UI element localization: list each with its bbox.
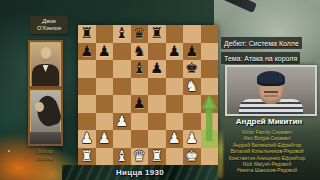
square-g3	[183, 113, 201, 131]
chess-board: ♜♝♛♜♟♟♞♟♟♝♟♚♞♟♟♟♟♟♟♟♜♝♛♜♚	[78, 25, 218, 165]
player-plate-white: Эдгар Колле	[22, 148, 68, 162]
white-rook-e1: ♜	[148, 148, 166, 166]
black-king-g6: ♚	[183, 60, 201, 78]
fire-embers-artwork	[8, 150, 10, 152]
square-c8: ♝	[113, 25, 131, 43]
square-e7	[148, 43, 166, 61]
square-e5	[148, 78, 166, 96]
square-c5	[113, 78, 131, 96]
square-a7: ♟	[78, 43, 96, 61]
black-queen-d8: ♛	[131, 25, 149, 43]
square-f2: ♟	[166, 130, 184, 148]
presenter-beanie	[257, 71, 285, 86]
square-g1: ♚	[183, 148, 201, 166]
black-pawn-a7: ♟	[78, 43, 96, 61]
presenter-webcam	[225, 65, 317, 116]
portrait-head	[40, 47, 52, 61]
square-d4: ♟	[131, 95, 149, 113]
square-d5	[131, 78, 149, 96]
square-h5	[201, 78, 219, 96]
presenter-name: Андрей Микитин	[218, 117, 320, 126]
square-d8: ♛	[131, 25, 149, 43]
portrait-table	[30, 132, 61, 144]
white-pawn-b2: ♟	[96, 130, 114, 148]
white-pawn-h4: ♟	[201, 95, 219, 113]
square-e1: ♜	[148, 148, 166, 166]
square-a3	[78, 113, 96, 131]
square-c7	[113, 43, 131, 61]
black-bishop-d6: ♝	[131, 60, 149, 78]
square-a1: ♜	[78, 148, 96, 166]
black-pawn-f7: ♟	[166, 43, 184, 61]
square-f8	[166, 25, 184, 43]
black-rook-e8: ♜	[148, 25, 166, 43]
white-pawn-f2: ♟	[166, 130, 184, 148]
square-c1: ♝	[113, 148, 131, 166]
patron-entry: Никита Шаносев-Рядовой	[214, 167, 320, 173]
white-knight-g5: ♞	[183, 78, 201, 96]
square-f7: ♟	[166, 43, 184, 61]
patron-list: Victor Family-СержантAlex Borgia-Сержант…	[214, 129, 320, 174]
square-e6: ♟	[148, 60, 166, 78]
black-pawn-e6: ♟	[148, 60, 166, 78]
white-pawn-a2: ♟	[78, 130, 96, 148]
square-f4	[166, 95, 184, 113]
square-g2: ♟	[183, 130, 201, 148]
square-d7: ♞	[131, 43, 149, 61]
square-a2: ♟	[78, 130, 96, 148]
player-white-last-name: Колле	[37, 155, 53, 161]
square-d2	[131, 130, 149, 148]
white-rook-a1: ♜	[78, 148, 96, 166]
black-rook-a8: ♜	[78, 25, 96, 43]
square-g7: ♟	[183, 43, 201, 61]
black-knight-d7: ♞	[131, 43, 149, 61]
white-queen-d1: ♛	[131, 148, 149, 166]
white-king-g1: ♚	[183, 148, 201, 166]
square-b8	[96, 25, 114, 43]
square-a5	[78, 78, 96, 96]
square-h6	[201, 60, 219, 78]
square-a6	[78, 60, 96, 78]
square-h7	[201, 43, 219, 61]
square-b1	[96, 148, 114, 166]
square-h3	[201, 113, 219, 131]
square-f6	[166, 60, 184, 78]
square-d3	[131, 113, 149, 131]
square-g4	[183, 95, 201, 113]
square-d1: ♛	[131, 148, 149, 166]
square-b3	[96, 113, 114, 131]
square-e4	[148, 95, 166, 113]
black-pawn-g7: ♟	[183, 43, 201, 61]
event-caption: Ницца 1930	[62, 165, 218, 180]
square-e2	[148, 130, 166, 148]
square-g8	[183, 25, 201, 43]
white-bishop-c1: ♝	[113, 148, 131, 166]
square-a4	[78, 95, 96, 113]
square-e3	[148, 113, 166, 131]
square-h4: ♟	[201, 95, 219, 113]
black-pawn-b7: ♟	[96, 43, 114, 61]
square-g5: ♞	[183, 78, 201, 96]
white-pawn-c3: ♟	[113, 113, 131, 131]
portrait-head	[35, 102, 44, 112]
player-white-first-name: Эдгар	[37, 148, 54, 154]
square-f1	[166, 148, 184, 166]
theme-label: Тема: Атака на короля	[221, 52, 300, 64]
white-pawn-g2: ♟	[183, 130, 201, 148]
square-c4	[113, 95, 131, 113]
video-frame: Джон О'Хэнлон Эдгар Колле ♜♝♛♜♟♟♞♟♟♝♟♚♞♟…	[0, 0, 320, 180]
player-black-first-name: Джон	[42, 18, 56, 24]
square-c6	[113, 60, 131, 78]
square-f3	[166, 113, 184, 131]
square-f5	[166, 78, 184, 96]
opening-label: Дебют: Система Колле	[221, 37, 302, 49]
square-b5	[96, 78, 114, 96]
black-bishop-c8: ♝	[113, 25, 131, 43]
square-b7: ♟	[96, 43, 114, 61]
square-g6: ♚	[183, 60, 201, 78]
player-black-last-name: О'Хэнлон	[37, 25, 61, 31]
square-b6	[96, 60, 114, 78]
black-pawn-d4: ♟	[131, 95, 149, 113]
square-d6: ♝	[131, 60, 149, 78]
portrait-ohanlon	[28, 40, 63, 88]
square-b4	[96, 95, 114, 113]
player-plate-black: Джон О'Хэнлон	[30, 16, 68, 34]
square-c3: ♟	[113, 113, 131, 131]
square-a8: ♜	[78, 25, 96, 43]
square-c2	[113, 130, 131, 148]
square-b2: ♟	[96, 130, 114, 148]
presenter-eyes	[264, 91, 278, 93]
square-h8	[201, 25, 219, 43]
square-e8: ♜	[148, 25, 166, 43]
portrait-colle	[28, 88, 63, 146]
